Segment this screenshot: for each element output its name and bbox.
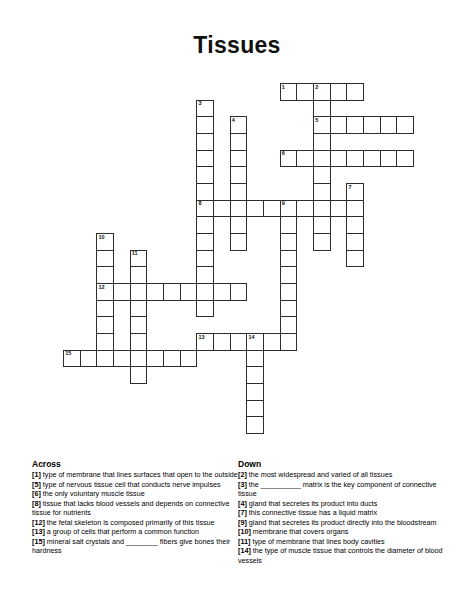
grid-cell-r10c8[interactable] [196,250,214,268]
grid-cell-r3c15[interactable] [313,133,331,151]
crossword-page: { "game": "crossword", "title": "Tissues… [0,0,474,613]
grid-cell-r2c17[interactable] [346,116,364,134]
grid-cell-r16c2[interactable] [96,350,114,368]
grid-cell-r7c15[interactable] [313,200,331,218]
grid-cell-r15c2[interactable] [96,333,114,351]
across-clue-1: [1] type of membrane that lines surfaces… [32,470,238,480]
grid-cell-r15c13[interactable] [280,333,298,351]
grid-cell-r7c8[interactable]: 8 [196,200,214,218]
grid-cell-r1c8[interactable]: 3 [196,100,214,118]
down-heading: Down [238,459,451,469]
down-clue-4: [4] gland that secretes its product into… [238,499,451,509]
grid-cell-r15c10[interactable] [230,333,248,351]
grid-cell-r16c4[interactable] [130,350,148,368]
across-clue-number-6: [6] [32,489,41,498]
grid-cell-r0c13[interactable]: 1 [280,83,298,101]
grid-cell-r8c13[interactable] [280,216,298,234]
grid-cell-r7c14[interactable] [296,200,314,218]
across-clue-number-8: [8] [32,499,41,508]
cell-number-9: 9 [282,201,285,207]
grid-cell-r17c4[interactable] [130,366,148,384]
cell-number-1: 1 [282,85,285,91]
across-clue-number-1: [1] [32,470,41,479]
cell-number-15: 15 [65,351,71,357]
grid-cell-r11c2[interactable] [96,266,114,284]
grid-cell-r7c11[interactable] [246,200,264,218]
cell-number-10: 10 [99,235,105,241]
grid-cell-r10c2[interactable] [96,250,114,268]
grid-cell-r12c10[interactable] [230,283,248,301]
grid-cell-r0c14[interactable] [296,83,314,101]
down-clue-number-14: [14] [238,546,251,555]
grid-cell-r15c9[interactable] [213,333,231,351]
grid-cell-r2c16[interactable] [330,116,348,134]
across-clue-15: [15] mineral salt crystals and ________ … [32,537,238,556]
grid-cell-r9c10[interactable] [230,233,248,251]
grid-cell-r3c10[interactable] [230,133,248,151]
cell-number-11: 11 [132,251,138,257]
grid-cell-r20c11[interactable] [246,416,264,434]
grid-cell-r10c4[interactable]: 11 [130,250,148,268]
grid-cell-r7c12[interactable] [263,200,281,218]
across-clue-number-12: [12] [32,518,45,527]
grid-cell-r4c14[interactable] [296,150,314,168]
cell-number-13: 13 [199,335,205,341]
grid-cell-r12c3[interactable] [113,283,131,301]
grid-cell-r7c9[interactable] [213,200,231,218]
grid-cell-r4c10[interactable] [230,150,248,168]
grid-cell-r4c8[interactable] [196,150,214,168]
grid-cell-r5c8[interactable] [196,166,214,184]
cell-number-6: 6 [282,151,285,157]
grid-cell-r7c17[interactable] [346,200,364,218]
grid-cell-r6c10[interactable] [230,183,248,201]
down-clue-9: [9] gland that secretes its product dire… [238,518,451,528]
down-clue-7: [7] this connective tissue has a liquid … [238,508,451,518]
down-clue-number-4: [4] [238,499,247,508]
across-clue-6: [6] the only voluntary muscle tissue [32,489,238,499]
grid-cell-r13c2[interactable] [96,300,114,318]
across-clue-13: [13] a group of cells that perform a com… [32,527,238,537]
grid-cell-r11c8[interactable] [196,266,214,284]
grid-cell-r13c4[interactable] [130,300,148,318]
grid-cell-r12c7[interactable] [180,283,198,301]
down-clue-11: [11] type of membrane that lines body ca… [238,537,451,547]
cell-number-2: 2 [315,85,318,91]
grid-cell-r2c15[interactable]: 5 [313,116,331,134]
grid-cell-r17c11[interactable] [246,366,264,384]
across-clue-list: [1] type of membrane that lines surfaces… [32,470,238,556]
across-clue-number-5: [5] [32,480,41,489]
across-clues-section: Across [1] type of membrane that lines s… [32,459,238,556]
cell-number-3: 3 [199,101,202,107]
grid-cell-r10c13[interactable] [280,250,298,268]
crossword-grid: 123456789101112131415 [63,83,414,434]
grid-cell-r12c8[interactable] [196,283,214,301]
grid-cell-r19c11[interactable] [246,400,264,418]
down-clue-10: [10] membrane that covers organs [238,527,451,537]
down-clue-3: [3] the __________ matrix is the key com… [238,480,451,499]
grid-cell-r14c4[interactable] [130,316,148,334]
grid-cell-r16c6[interactable] [163,350,181,368]
grid-cell-r9c8[interactable] [196,233,214,251]
grid-cell-r1c15[interactable] [313,100,331,118]
down-clue-2: [2] the most widespread and varied of al… [238,470,451,480]
down-clue-list: [2] the most widespread and varied of al… [238,470,451,565]
cell-number-5: 5 [315,118,318,124]
grid-cell-r18c11[interactable] [246,383,264,401]
grid-cell-r11c4[interactable] [130,266,148,284]
down-clue-number-11: [11] [238,537,250,546]
grid-cell-r2c8[interactable] [196,116,214,134]
down-clue-14: [14] the type of muscle tissue that cont… [238,546,451,565]
down-clue-number-10: [10] [238,527,251,536]
grid-cell-r10c17[interactable] [346,250,364,268]
grid-cell-r5c15[interactable] [313,166,331,184]
puzzle-title: Tissues [0,32,474,59]
down-clues-section: Down [2] the most widespread and varied … [238,459,451,565]
grid-cell-r13c13[interactable] [280,300,298,318]
grid-cell-r15c11[interactable]: 14 [246,333,264,351]
grid-cell-r4c15[interactable] [313,150,331,168]
grid-cell-r16c1[interactable] [80,350,98,368]
down-clue-number-9: [9] [238,518,247,527]
grid-cell-r6c15[interactable] [313,183,331,201]
grid-cell-r16c0[interactable]: 15 [63,350,81,368]
grid-cell-r9c17[interactable] [346,233,364,251]
grid-cell-r8c17[interactable] [346,216,364,234]
grid-cell-r14c13[interactable] [280,316,298,334]
grid-cell-r12c2[interactable]: 12 [96,283,114,301]
across-clue-number-15: [15] [32,537,45,546]
grid-cell-r4c17[interactable] [346,150,364,168]
grid-cell-r5c10[interactable] [230,166,248,184]
across-clue-number-13: [13] [32,527,45,536]
down-clue-number-2: [2] [238,470,247,479]
grid-cell-r7c13[interactable]: 9 [280,200,298,218]
cell-number-12: 12 [99,285,105,291]
grid-cell-r16c3[interactable] [113,350,131,368]
grid-cell-r9c13[interactable] [280,233,298,251]
grid-cell-r6c8[interactable] [196,183,214,201]
grid-cell-r12c5[interactable] [146,283,164,301]
grid-cell-r12c4[interactable] [130,283,148,301]
grid-cell-r2c20[interactable] [396,116,414,134]
cell-number-7: 7 [349,185,352,191]
grid-cell-r0c15[interactable]: 2 [313,83,331,101]
grid-cell-r7c16[interactable] [330,200,348,218]
grid-cell-r7c10[interactable] [230,200,248,218]
grid-cell-r15c4[interactable] [130,333,148,351]
across-clue-8: [8] tissue that lacks blood vessels and … [32,499,238,518]
grid-cell-r16c11[interactable] [246,350,264,368]
grid-cell-r9c15[interactable] [313,233,331,251]
across-clue-12: [12] the fetal skeleton is composed prim… [32,518,238,528]
grid-cell-r12c13[interactable] [280,283,298,301]
grid-cell-r16c7[interactable] [180,350,198,368]
grid-cell-r2c18[interactable] [363,116,381,134]
across-heading: Across [32,459,238,469]
grid-cell-r8c15[interactable] [313,216,331,234]
grid-cell-r6c17[interactable]: 7 [346,183,364,201]
grid-cell-r11c13[interactable] [280,266,298,284]
grid-cell-r15c8[interactable]: 13 [196,333,214,351]
cell-number-8: 8 [199,201,202,207]
down-clue-number-7: [7] [238,508,247,517]
grid-cell-r2c10[interactable]: 4 [230,116,248,134]
across-clue-5: [5] type of nervous tissue cell that con… [32,480,238,490]
grid-cell-r16c5[interactable] [146,350,164,368]
down-clue-number-3: [3] [238,480,247,489]
grid-cell-r0c17[interactable] [346,83,364,101]
grid-cell-r4c16[interactable] [330,150,348,168]
grid-cell-r0c16[interactable] [330,83,348,101]
grid-cell-r14c2[interactable] [96,316,114,334]
grid-cell-r12c9[interactable] [213,283,231,301]
grid-cell-r13c8[interactable] [196,300,214,318]
grid-cell-r12c6[interactable] [163,283,181,301]
grid-cell-r2c19[interactable] [380,116,398,134]
grid-cell-r15c12[interactable] [263,333,281,351]
grid-cell-r4c18[interactable] [363,150,381,168]
grid-cell-r4c13[interactable]: 6 [280,150,298,168]
cell-number-14: 14 [249,335,255,341]
grid-cell-r8c8[interactable] [196,216,214,234]
grid-cell-r3c8[interactable] [196,133,214,151]
cell-number-4: 4 [232,118,235,124]
grid-cell-r4c20[interactable] [396,150,414,168]
grid-cell-r4c19[interactable] [380,150,398,168]
grid-cell-r9c2[interactable]: 10 [96,233,114,251]
grid-cell-r8c10[interactable] [230,216,248,234]
